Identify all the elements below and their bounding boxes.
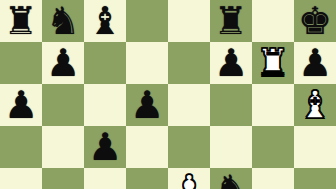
square-h4[interactable] xyxy=(294,168,336,189)
black-pawn-piece-a6[interactable]: ♟ xyxy=(4,84,38,126)
square-b5[interactable] xyxy=(42,126,84,168)
square-a6[interactable]: ♟ xyxy=(0,84,42,126)
square-c5[interactable]: ♟ xyxy=(84,126,126,168)
white-rook-piece-g7[interactable]: ♜ xyxy=(256,42,290,84)
black-pawn-piece-d6[interactable]: ♟ xyxy=(130,84,164,126)
square-e4[interactable]: ♟ xyxy=(168,168,210,189)
white-pawn-piece-e4[interactable]: ♟ xyxy=(172,168,206,189)
square-c6[interactable] xyxy=(84,84,126,126)
square-b4[interactable] xyxy=(42,168,84,189)
black-rook-piece-a8[interactable]: ♜ xyxy=(4,0,38,42)
chess-board-viewport: ♜♞♝♜♚♟♟♜♟♟♟♝♟♟♞ xyxy=(0,0,336,189)
square-a8[interactable]: ♜ xyxy=(0,0,42,42)
square-g6[interactable] xyxy=(252,84,294,126)
chess-board: ♜♞♝♜♚♟♟♜♟♟♟♝♟♟♞ xyxy=(0,0,336,189)
square-c7[interactable] xyxy=(84,42,126,84)
square-d4[interactable] xyxy=(126,168,168,189)
white-bishop-piece-h6[interactable]: ♝ xyxy=(298,84,332,126)
square-f8[interactable]: ♜ xyxy=(210,0,252,42)
square-c8[interactable]: ♝ xyxy=(84,0,126,42)
square-h5[interactable] xyxy=(294,126,336,168)
black-pawn-piece-b7[interactable]: ♟ xyxy=(46,42,80,84)
square-a5[interactable] xyxy=(0,126,42,168)
square-h8[interactable]: ♚ xyxy=(294,0,336,42)
square-g7[interactable]: ♜ xyxy=(252,42,294,84)
black-king-piece-h8[interactable]: ♚ xyxy=(298,0,332,42)
square-f7[interactable]: ♟ xyxy=(210,42,252,84)
square-b6[interactable] xyxy=(42,84,84,126)
black-knight-piece-b8[interactable]: ♞ xyxy=(46,0,80,42)
black-pawn-piece-h7[interactable]: ♟ xyxy=(298,42,332,84)
square-e7[interactable] xyxy=(168,42,210,84)
square-e5[interactable] xyxy=(168,126,210,168)
square-f4[interactable]: ♞ xyxy=(210,168,252,189)
black-pawn-piece-f7[interactable]: ♟ xyxy=(214,42,248,84)
square-h6[interactable]: ♝ xyxy=(294,84,336,126)
square-f6[interactable] xyxy=(210,84,252,126)
black-pawn-piece-c5[interactable]: ♟ xyxy=(88,126,122,168)
square-c4[interactable] xyxy=(84,168,126,189)
square-g8[interactable] xyxy=(252,0,294,42)
black-rook-piece-f8[interactable]: ♜ xyxy=(214,0,248,42)
square-e6[interactable] xyxy=(168,84,210,126)
square-b7[interactable]: ♟ xyxy=(42,42,84,84)
square-g4[interactable] xyxy=(252,168,294,189)
square-d7[interactable] xyxy=(126,42,168,84)
black-knight-piece-f4[interactable]: ♞ xyxy=(214,168,248,189)
square-d8[interactable] xyxy=(126,0,168,42)
square-a7[interactable] xyxy=(0,42,42,84)
square-a4[interactable] xyxy=(0,168,42,189)
square-h7[interactable]: ♟ xyxy=(294,42,336,84)
square-b8[interactable]: ♞ xyxy=(42,0,84,42)
square-f5[interactable] xyxy=(210,126,252,168)
square-e8[interactable] xyxy=(168,0,210,42)
square-d6[interactable]: ♟ xyxy=(126,84,168,126)
square-d5[interactable] xyxy=(126,126,168,168)
square-g5[interactable] xyxy=(252,126,294,168)
black-bishop-piece-c8[interactable]: ♝ xyxy=(88,0,122,42)
